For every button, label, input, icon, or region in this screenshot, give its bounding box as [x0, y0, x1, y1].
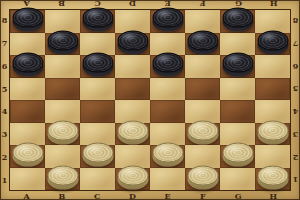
coordinate-label: D: [115, 191, 150, 200]
square-b4[interactable]: [45, 100, 80, 123]
coordinate-label: 3: [291, 123, 300, 146]
square-c2[interactable]: [80, 145, 115, 168]
square-f6[interactable]: [185, 55, 220, 78]
piece-dark[interactable]: [152, 53, 183, 77]
piece-light[interactable]: [47, 165, 78, 189]
square-e6[interactable]: [150, 55, 185, 78]
square-a1[interactable]: [10, 168, 45, 191]
piece-light[interactable]: [187, 120, 218, 144]
piece-light[interactable]: [117, 165, 148, 189]
square-a2[interactable]: [10, 145, 45, 168]
square-b1[interactable]: [45, 168, 80, 191]
square-h5[interactable]: [255, 78, 290, 101]
square-f2[interactable]: [185, 145, 220, 168]
square-e2[interactable]: [150, 145, 185, 168]
square-c5[interactable]: [80, 78, 115, 101]
piece-dark[interactable]: [222, 8, 253, 32]
square-g8[interactable]: [220, 10, 255, 33]
square-c8[interactable]: [80, 10, 115, 33]
piece-dark[interactable]: [47, 30, 78, 54]
coordinate-label: 2: [0, 146, 9, 169]
square-h2[interactable]: [255, 145, 290, 168]
rank-labels-right: 87654321: [291, 9, 300, 191]
square-g7[interactable]: [220, 33, 255, 56]
coordinate-label: A: [9, 191, 44, 200]
piece-light[interactable]: [257, 120, 288, 144]
coordinate-label: F: [185, 0, 220, 9]
square-d7[interactable]: [115, 33, 150, 56]
square-h7[interactable]: [255, 33, 290, 56]
coordinate-label: 5: [291, 77, 300, 100]
square-a3[interactable]: [10, 123, 45, 146]
square-f4[interactable]: [185, 100, 220, 123]
square-d8[interactable]: [115, 10, 150, 33]
square-c3[interactable]: [80, 123, 115, 146]
rank-labels-left: 87654321: [0, 9, 9, 191]
coordinate-label: 8: [291, 9, 300, 32]
coordinate-label: 1: [291, 168, 300, 191]
square-f3[interactable]: [185, 123, 220, 146]
square-b6[interactable]: [45, 55, 80, 78]
square-c6[interactable]: [80, 55, 115, 78]
square-h4[interactable]: [255, 100, 290, 123]
piece-light[interactable]: [257, 165, 288, 189]
coordinate-label: 4: [0, 100, 9, 123]
square-b2[interactable]: [45, 145, 80, 168]
piece-light[interactable]: [47, 120, 78, 144]
coordinate-label: E: [150, 191, 185, 200]
checkers-board-frame: ABCDEFGH ABCDEFGH 87654321 87654321: [0, 0, 300, 200]
square-d5[interactable]: [115, 78, 150, 101]
piece-light[interactable]: [12, 143, 43, 167]
piece-dark[interactable]: [82, 8, 113, 32]
square-g2[interactable]: [220, 145, 255, 168]
square-g6[interactable]: [220, 55, 255, 78]
piece-light[interactable]: [117, 120, 148, 144]
square-e5[interactable]: [150, 78, 185, 101]
piece-dark[interactable]: [12, 8, 43, 32]
coordinate-label: 6: [291, 55, 300, 78]
square-c1[interactable]: [80, 168, 115, 191]
square-a4[interactable]: [10, 100, 45, 123]
square-a7[interactable]: [10, 33, 45, 56]
square-g5[interactable]: [220, 78, 255, 101]
piece-dark[interactable]: [82, 53, 113, 77]
coordinate-label: 6: [0, 55, 9, 78]
square-a8[interactable]: [10, 10, 45, 33]
square-a6[interactable]: [10, 55, 45, 78]
square-b5[interactable]: [45, 78, 80, 101]
square-d2[interactable]: [115, 145, 150, 168]
square-d1[interactable]: [115, 168, 150, 191]
square-e7[interactable]: [150, 33, 185, 56]
square-g3[interactable]: [220, 123, 255, 146]
square-b8[interactable]: [45, 10, 80, 33]
square-e8[interactable]: [150, 10, 185, 33]
coordinate-label: 5: [0, 77, 9, 100]
piece-dark[interactable]: [222, 53, 253, 77]
square-h3[interactable]: [255, 123, 290, 146]
coordinate-label: F: [185, 191, 220, 200]
square-g1[interactable]: [220, 168, 255, 191]
piece-light[interactable]: [222, 143, 253, 167]
piece-dark[interactable]: [152, 8, 183, 32]
square-a5[interactable]: [10, 78, 45, 101]
coordinate-label: 8: [0, 9, 9, 32]
square-d4[interactable]: [115, 100, 150, 123]
coordinate-label: 1: [0, 168, 9, 191]
square-c7[interactable]: [80, 33, 115, 56]
piece-dark[interactable]: [187, 30, 218, 54]
coordinate-label: 4: [291, 100, 300, 123]
square-d3[interactable]: [115, 123, 150, 146]
piece-light[interactable]: [152, 143, 183, 167]
square-h6[interactable]: [255, 55, 290, 78]
board-grid: [9, 9, 291, 191]
square-e1[interactable]: [150, 168, 185, 191]
coordinate-label: C: [80, 191, 115, 200]
square-g4[interactable]: [220, 100, 255, 123]
piece-dark[interactable]: [257, 30, 288, 54]
square-f8[interactable]: [185, 10, 220, 33]
square-h1[interactable]: [255, 168, 290, 191]
square-b3[interactable]: [45, 123, 80, 146]
square-f7[interactable]: [185, 33, 220, 56]
square-e4[interactable]: [150, 100, 185, 123]
piece-dark[interactable]: [12, 53, 43, 77]
square-f5[interactable]: [185, 78, 220, 101]
coordinate-label: G: [221, 191, 256, 200]
coordinate-label: 3: [0, 123, 9, 146]
piece-light[interactable]: [82, 143, 113, 167]
file-labels-bottom: ABCDEFGH: [9, 191, 291, 200]
square-f1[interactable]: [185, 168, 220, 191]
square-e3[interactable]: [150, 123, 185, 146]
square-d6[interactable]: [115, 55, 150, 78]
coordinate-label: H: [256, 191, 291, 200]
coordinate-label: B: [44, 0, 79, 9]
coordinate-label: H: [256, 0, 291, 9]
square-c4[interactable]: [80, 100, 115, 123]
coordinate-label: D: [115, 0, 150, 9]
coordinate-label: 7: [0, 32, 9, 55]
coordinate-label: 2: [291, 146, 300, 169]
coordinate-label: B: [44, 191, 79, 200]
square-b7[interactable]: [45, 33, 80, 56]
piece-dark[interactable]: [117, 30, 148, 54]
piece-light[interactable]: [187, 165, 218, 189]
coordinate-label: 7: [291, 32, 300, 55]
square-h8[interactable]: [255, 10, 290, 33]
